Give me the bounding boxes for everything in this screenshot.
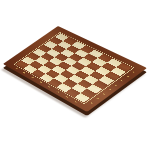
square-d6 [74, 70, 89, 79]
square-g5 [83, 54, 98, 63]
square-a2 [24, 65, 38, 73]
board-frame: abcdefgh12345678 [3, 26, 147, 112]
board-shadow [0, 6, 150, 150]
square-h3 [71, 41, 85, 49]
square-a7 [65, 88, 80, 97]
square-h6 [98, 54, 113, 63]
square-c4 [51, 66, 65, 75]
square-d8 [93, 80, 108, 89]
file-label-g: g [126, 75, 130, 77]
rank-label-8: 8 [74, 101, 78, 103]
board-edge [0, 4, 150, 150]
square-e6 [80, 66, 95, 75]
square-h4 [80, 45, 94, 53]
square-a6 [57, 83, 72, 92]
square-c2 [35, 57, 49, 65]
file-label-h: h [132, 71, 136, 73]
square-f7 [95, 67, 110, 76]
square-c1 [27, 53, 41, 61]
square-b3 [37, 65, 51, 74]
file-label-d: d [108, 88, 112, 90]
square-e3 [54, 53, 68, 61]
square-g8 [110, 67, 126, 76]
square-d2 [41, 53, 55, 61]
square-g4 [74, 49, 88, 57]
square-e8 [99, 76, 114, 85]
square-f4 [69, 53, 83, 61]
square-g7 [101, 63, 116, 72]
square-c5 [60, 70, 75, 79]
square-e5 [71, 62, 86, 71]
square-e1 [38, 45, 52, 53]
square-c6 [69, 75, 84, 84]
square-d4 [57, 61, 71, 70]
rank-label-7: 7 [65, 96, 69, 98]
square-f5 [77, 58, 92, 67]
square-d1 [33, 49, 47, 57]
square-f6 [86, 62, 101, 71]
square-g2 [58, 41, 72, 49]
square-b8 [81, 89, 96, 98]
playing-area [16, 33, 132, 102]
file-label-e: e [114, 84, 118, 86]
rank-label-4: 4 [39, 81, 43, 83]
square-b6 [63, 79, 78, 88]
square-d3 [49, 57, 63, 65]
file-label-f: f [120, 80, 124, 82]
square-f3 [60, 49, 74, 57]
square-c7 [77, 79, 92, 88]
square-f1 [44, 41, 58, 49]
file-label-a: a [90, 102, 94, 104]
square-g3 [66, 45, 80, 53]
square-a4 [40, 74, 54, 83]
rank-label-3: 3 [31, 76, 35, 78]
square-a5 [48, 78, 63, 87]
square-h5 [89, 50, 104, 58]
square-b7 [71, 84, 86, 93]
file-label-c: c [102, 93, 106, 95]
square-d5 [66, 66, 81, 75]
square-b5 [54, 74, 69, 83]
rank-label-2: 2 [23, 72, 27, 74]
square-h7 [107, 58, 122, 67]
square-e2 [46, 49, 60, 57]
square-h1 [55, 33, 69, 41]
board-border-inlay [14, 32, 135, 104]
square-a1 [16, 60, 30, 68]
square-e7 [89, 71, 104, 80]
square-d7 [83, 75, 98, 84]
square-f8 [104, 71, 119, 80]
square-a8 [75, 93, 90, 103]
rank-label-6: 6 [56, 91, 60, 93]
square-f2 [52, 45, 66, 53]
coordinate-labels: abcdefgh12345678 [3, 26, 58, 64]
board-edge-side [3, 30, 147, 116]
square-a3 [32, 69, 46, 78]
rank-label-5: 5 [48, 86, 52, 88]
square-c8 [87, 84, 102, 93]
board-photo-scene: abcdefgh12345678 [0, 0, 150, 150]
square-e4 [63, 57, 77, 66]
chessboard: abcdefgh12345678 [0, 0, 150, 150]
square-c3 [43, 61, 57, 69]
square-b4 [46, 70, 60, 79]
square-h2 [63, 37, 77, 45]
board-shadow-plane [1, 32, 145, 118]
square-b1 [21, 56, 35, 64]
square-h8 [116, 63, 132, 72]
square-g1 [49, 37, 63, 45]
square-b2 [29, 61, 43, 69]
square-g6 [92, 58, 107, 67]
file-label-b: b [96, 97, 100, 100]
rank-label-1: 1 [15, 67, 18, 69]
